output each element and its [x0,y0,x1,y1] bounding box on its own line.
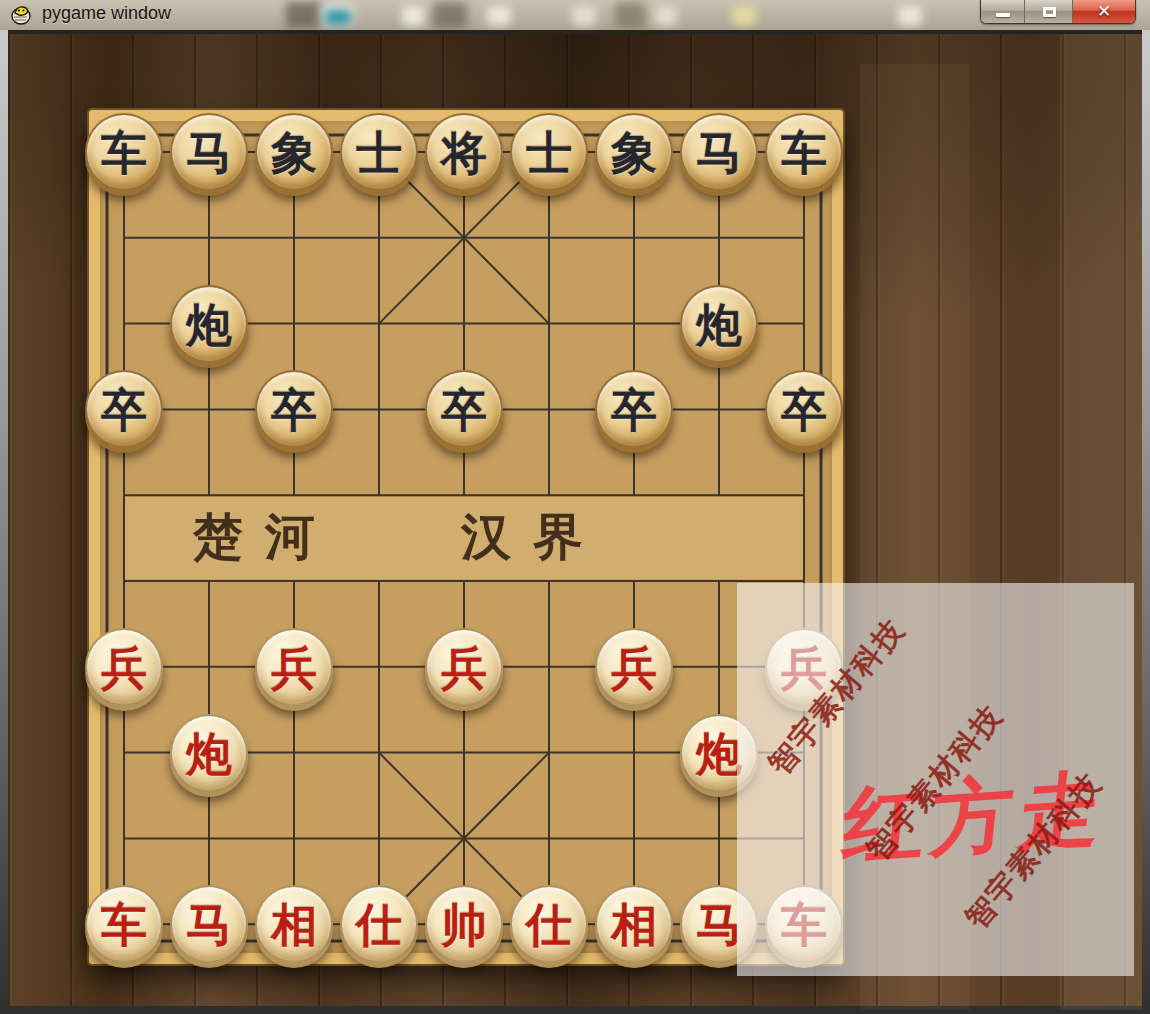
piece-red-r9c3[interactable]: 仕 [340,885,418,963]
minimize-icon [996,13,1010,17]
piece-black-r2c7[interactable]: 炮 [680,285,758,363]
pygame-window: pygame window ✕ [0,0,1150,1014]
close-icon: ✕ [1073,1,1135,21]
piece-black-r0c1[interactable]: 马 [170,113,248,191]
piece-black-r3c8[interactable]: 卒 [765,370,843,448]
piece-black-r0c5[interactable]: 士 [510,113,588,191]
piece-black-r0c7[interactable]: 马 [680,113,758,191]
piece-black-r3c0[interactable]: 卒 [85,370,163,448]
piece-black-r0c3[interactable]: 士 [340,113,418,191]
piece-red-r6c4[interactable]: 兵 [425,628,503,706]
piece-red-r9c2[interactable]: 相 [255,885,333,963]
piece-black-r0c2[interactable]: 象 [255,113,333,191]
board-grid: 楚河 汉界 [89,110,847,968]
piece-black-r3c2[interactable]: 卒 [255,370,333,448]
piece-red-r6c2[interactable]: 兵 [255,628,333,706]
piece-red-r9c0[interactable]: 车 [85,885,163,963]
minimize-button[interactable] [981,0,1025,23]
watermark-text: 智宇素材科技 [760,610,915,783]
piece-black-r2c1[interactable]: 炮 [170,285,248,363]
river-label-right: 汉界 [460,507,605,566]
piece-red-r7c1[interactable]: 炮 [170,714,248,792]
piece-black-r3c4[interactable]: 卒 [425,370,503,448]
piece-black-r0c6[interactable]: 象 [595,113,673,191]
titlebar[interactable]: pygame window ✕ [0,0,1150,30]
piece-red-r9c1[interactable]: 马 [170,885,248,963]
piece-red-r9c4[interactable]: 帅 [425,885,503,963]
piece-black-r0c4[interactable]: 将 [425,113,503,191]
river-label-left: 楚河 [192,507,337,566]
maximize-button[interactable] [1025,0,1073,23]
close-button[interactable]: ✕ [1073,0,1135,23]
window-controls: ✕ [980,0,1136,24]
piece-red-r6c6[interactable]: 兵 [595,628,673,706]
watermark-overlay: 红方走 智宇素材科技 智宇素材科技 智宇素材科技 [737,583,1134,976]
piece-black-r0c0[interactable]: 车 [85,113,163,191]
window-title: pygame window [42,3,171,24]
piece-black-r3c6[interactable]: 卒 [595,370,673,448]
piece-red-r9c6[interactable]: 相 [595,885,673,963]
xiangqi-board: 楚河 汉界 车马象士将士象马车炮炮卒卒卒卒卒兵兵兵兵兵炮炮车马相仕帅仕相马车 [87,108,845,966]
maximize-icon [1043,7,1056,17]
piece-red-r9c5[interactable]: 仕 [510,885,588,963]
titlebar-glass-blur [0,0,1150,30]
pygame-logo-icon [10,3,34,27]
piece-red-r6c0[interactable]: 兵 [85,628,163,706]
piece-black-r0c8[interactable]: 车 [765,113,843,191]
